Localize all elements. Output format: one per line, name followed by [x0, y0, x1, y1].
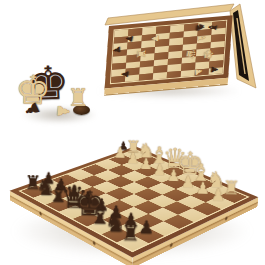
folding-board-squares: [110, 20, 227, 84]
piece-dark-pawn: ♟: [104, 204, 128, 222]
piece-dark-bishop: ♝: [88, 201, 113, 228]
main-chessboard: ♜♞♝♛♚♝♞♜♟♟♟♟♟♟♟♟♟♟♟♟♟♟♟♟♜♞♝♛♚♝♞♜♟: [44, 104, 225, 265]
piece-dark-pawn: ♟: [20, 97, 44, 123]
board-square: [167, 70, 181, 78]
board-square: [153, 72, 167, 80]
piece-dark-pawn: ♟: [90, 197, 114, 214]
board-square: [111, 75, 125, 83]
piece-dark-rook: ♜: [118, 222, 143, 244]
board-square: [139, 73, 153, 81]
product-photo: ♞♝♟♟♝♟♜♛♚♟♟♟ ♚♚♜♟♟ ♜♞♝♛♚♝♞♜♟♟♟♟♟♟♟♟♟♟♟♟♟…: [0, 0, 265, 265]
board-square: [195, 68, 209, 76]
open-folding-board: ♞♝♟♟♝♟♜♛♚♟♟♟: [90, 2, 260, 104]
piece-dark-king: ♚: [21, 59, 78, 107]
board-square: [209, 67, 223, 75]
board-square: [181, 69, 195, 77]
chessboard-top-face: ♜♞♝♛♚♝♞♜♟♟♟♟♟♟♟♟♟♟♟♟♟♟♟♟♜♞♝♛♚♝♞♜♟: [10, 146, 259, 257]
folding-board-surface: ♞♝♟♟♝♟♜♛♚♟♟♟: [104, 15, 232, 94]
piece-dark-knight: ♞: [103, 211, 128, 236]
piece-dark-pawn: ♟: [134, 219, 159, 237]
board-square: [125, 74, 139, 82]
